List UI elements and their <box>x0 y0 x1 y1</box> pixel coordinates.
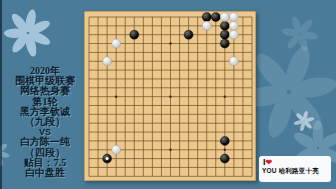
stone-white-D16 <box>112 39 121 48</box>
heart-icon: ❤ <box>266 158 273 167</box>
stone-black-Q16 <box>220 39 229 48</box>
stone-white-D4 <box>112 145 121 154</box>
go-board-svg <box>84 11 256 181</box>
stone-white-R14 <box>229 57 238 66</box>
star-point <box>169 42 171 44</box>
stone-black-P19 <box>211 13 220 22</box>
watermark: I❤ YOU 哈利路亚十亮 <box>259 156 331 182</box>
black-rank: （九段） <box>2 117 88 127</box>
result: 白中盘胜 <box>2 168 88 178</box>
stone-black-F17 <box>130 30 139 39</box>
star-point <box>224 149 226 151</box>
star-point <box>115 95 117 97</box>
star-point <box>224 95 226 97</box>
stone-black-Q18 <box>220 21 229 30</box>
stone-white-C14 <box>103 57 112 66</box>
stone-black-O19 <box>202 13 211 22</box>
stone-white-R17 <box>229 30 238 39</box>
watermark-text: YOU 哈利路亚十亮 <box>262 167 319 176</box>
game-info-panel: 2020年 围棋甲级联赛 网络热身赛 第1轮 黑方李钦诚 （九段） VS 白方陈… <box>2 66 88 178</box>
flower-decoration <box>0 4 57 61</box>
go-board <box>84 11 256 181</box>
video-frame: 2020年 围棋甲级联赛 网络热身赛 第1轮 黑方李钦诚 （九段） VS 白方陈… <box>0 0 336 189</box>
last-move-marker <box>106 157 109 160</box>
stone-black-Q5 <box>220 136 229 145</box>
stone-white-O18 <box>202 21 211 30</box>
stone-white-R19 <box>229 13 238 22</box>
stone-black-Q17 <box>220 30 229 39</box>
star-point <box>169 95 171 97</box>
stone-white-Q19 <box>220 13 229 22</box>
stone-white-R18 <box>229 21 238 30</box>
stone-black-M17 <box>184 30 193 39</box>
stone-black-Q3 <box>220 154 229 163</box>
star-point <box>169 149 171 151</box>
